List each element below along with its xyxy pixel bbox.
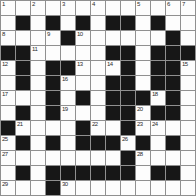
clue-number-19: 19	[62, 105, 68, 113]
white-cell-r11c0[interactable]	[1, 166, 15, 180]
white-cell-r5c2[interactable]	[31, 76, 45, 90]
white-cell-r7c6[interactable]	[91, 106, 105, 120]
white-cell-r2c3[interactable]: 9	[46, 31, 60, 45]
crossword-grid: 1234567891011121314151617181920212223242…	[0, 0, 196, 196]
white-cell-r12c11[interactable]	[166, 181, 180, 195]
black-cell-r8c0	[1, 121, 15, 135]
white-cell-r9c10[interactable]	[151, 136, 165, 150]
white-cell-r12c10[interactable]	[151, 181, 165, 195]
black-cell-r4c4	[61, 61, 75, 75]
black-cell-r9c7	[106, 136, 120, 150]
white-cell-r6c2[interactable]	[31, 91, 45, 105]
white-cell-r8c9[interactable]: 23	[136, 121, 150, 135]
clue-number-2: 2	[32, 0, 35, 8]
black-cell-r7c10	[151, 106, 165, 120]
white-cell-r6c10[interactable]: 18	[151, 91, 165, 105]
white-cell-r7c4[interactable]: 19	[61, 106, 75, 120]
white-cell-r2c8[interactable]	[121, 31, 135, 45]
black-cell-r9c5	[76, 136, 90, 150]
white-cell-r7c2[interactable]	[31, 106, 45, 120]
clue-number-7: 7	[182, 0, 185, 8]
white-cell-r4c9[interactable]	[136, 61, 150, 75]
clue-number-14: 14	[107, 60, 113, 68]
white-cell-r12c12[interactable]	[181, 181, 195, 195]
black-cell-r11c10	[151, 166, 165, 180]
clue-number-16: 16	[62, 75, 68, 83]
white-cell-r1c9[interactable]	[136, 16, 150, 30]
black-cell-r3c10	[151, 46, 165, 60]
black-cell-r11c4	[61, 166, 75, 180]
white-cell-r4c7[interactable]: 14	[106, 61, 120, 75]
white-cell-r3c3[interactable]	[46, 46, 60, 60]
black-cell-r9c6	[91, 136, 105, 150]
white-cell-r10c0[interactable]: 27	[1, 151, 15, 165]
clue-number-22: 22	[92, 120, 98, 128]
white-cell-r1c0[interactable]	[1, 16, 15, 30]
white-cell-r6c1[interactable]	[16, 91, 30, 105]
black-cell-r7c7	[106, 106, 120, 120]
black-cell-r9c3	[46, 136, 60, 150]
white-cell-r8c3[interactable]	[46, 121, 60, 135]
white-cell-r12c4[interactable]: 30	[61, 181, 75, 195]
clue-number-25: 25	[2, 135, 8, 143]
black-cell-r11c1	[16, 166, 30, 180]
black-cell-r6c11	[166, 91, 180, 105]
white-cell-r1c12[interactable]	[181, 16, 195, 30]
clue-number-3: 3	[62, 0, 65, 8]
white-cell-r10c7[interactable]	[106, 151, 120, 165]
white-cell-r3c6[interactable]	[91, 46, 105, 60]
white-cell-r2c2[interactable]	[31, 31, 45, 45]
white-cell-r2c6[interactable]	[91, 31, 105, 45]
white-cell-r10c12[interactable]	[181, 151, 195, 165]
white-cell-r3c4[interactable]	[61, 46, 75, 60]
clue-number-15: 15	[182, 60, 188, 68]
white-cell-r11c9[interactable]	[136, 166, 150, 180]
white-cell-r4c12[interactable]: 15	[181, 61, 195, 75]
white-cell-r10c4[interactable]	[61, 151, 75, 165]
white-cell-r6c6[interactable]	[91, 91, 105, 105]
white-cell-r6c4[interactable]	[61, 91, 75, 105]
black-cell-r5c8	[121, 76, 135, 90]
black-cell-r5c10	[151, 76, 165, 90]
white-cell-r9c0[interactable]: 25	[1, 136, 15, 150]
white-cell-r12c1[interactable]	[16, 181, 30, 195]
clue-number-6: 6	[167, 0, 170, 8]
clue-number-5: 5	[137, 0, 140, 8]
clue-number-13: 13	[77, 60, 83, 68]
clue-number-30: 30	[62, 180, 68, 188]
clue-number-27: 27	[2, 150, 8, 158]
black-cell-r3c12	[181, 46, 195, 60]
white-cell-r7c12[interactable]	[181, 106, 195, 120]
black-cell-r2c4	[61, 31, 75, 45]
white-cell-r0c11[interactable]: 6	[166, 1, 180, 15]
white-cell-r8c7[interactable]	[106, 121, 120, 135]
white-cell-r12c7[interactable]	[106, 181, 120, 195]
white-cell-r3c2[interactable]: 11	[31, 46, 45, 60]
white-cell-r10c1[interactable]	[16, 151, 30, 165]
black-cell-r8c5	[76, 121, 90, 135]
white-cell-r10c2[interactable]	[31, 151, 45, 165]
black-cell-r4c10	[151, 61, 165, 75]
black-cell-r7c1	[16, 106, 30, 120]
black-cell-r3c11	[166, 46, 180, 60]
white-cell-r1c6[interactable]	[91, 16, 105, 30]
white-cell-r2c9[interactable]	[136, 31, 150, 45]
black-cell-r5c1	[16, 76, 30, 90]
clue-number-4: 4	[92, 0, 95, 8]
crossword-puzzle: 1234567891011121314151617181920212223242…	[0, 0, 196, 196]
white-cell-r1c2[interactable]	[31, 16, 45, 30]
clue-number-1: 1	[2, 0, 5, 8]
white-cell-r12c6[interactable]	[91, 181, 105, 195]
white-cell-r4c5[interactable]: 13	[76, 61, 90, 75]
clue-number-29: 29	[2, 180, 8, 188]
white-cell-r10c3[interactable]	[46, 151, 60, 165]
white-cell-r5c5[interactable]	[76, 76, 90, 90]
white-cell-r8c11[interactable]	[166, 121, 180, 135]
black-cell-r3c7	[106, 46, 120, 60]
white-cell-r2c1[interactable]	[16, 31, 30, 45]
black-cell-r10c8	[121, 151, 135, 165]
clue-number-10: 10	[77, 30, 83, 38]
white-cell-r0c4[interactable]: 3	[61, 1, 75, 15]
black-cell-r11c5	[76, 166, 90, 180]
white-cell-r0c8[interactable]	[121, 1, 135, 15]
white-cell-r8c6[interactable]: 22	[91, 121, 105, 135]
white-cell-r10c5[interactable]	[76, 151, 90, 165]
clue-number-28: 28	[137, 150, 143, 158]
white-cell-r12c2[interactable]	[31, 181, 45, 195]
white-cell-r9c8[interactable]: 26	[121, 136, 135, 150]
black-cell-r9c1	[16, 136, 30, 150]
clue-number-12: 12	[2, 60, 8, 68]
black-cell-r3c1	[16, 46, 30, 60]
white-cell-r2c12[interactable]	[181, 31, 195, 45]
white-cell-r2c5[interactable]: 10	[76, 31, 90, 45]
white-cell-r10c10[interactable]	[151, 151, 165, 165]
black-cell-r1c1	[16, 16, 30, 30]
white-cell-r2c0[interactable]: 8	[1, 31, 15, 45]
clue-number-26: 26	[122, 135, 128, 143]
black-cell-r1c7	[106, 16, 120, 30]
white-cell-r12c5[interactable]	[76, 181, 90, 195]
black-cell-r11c7	[106, 166, 120, 180]
black-cell-r6c3	[46, 91, 60, 105]
clue-number-24: 24	[152, 120, 158, 128]
white-cell-r10c11[interactable]	[166, 151, 180, 165]
white-cell-r8c12[interactable]	[181, 121, 195, 135]
white-cell-r8c10[interactable]: 24	[151, 121, 165, 135]
black-cell-r6c8	[121, 91, 135, 105]
white-cell-r8c2[interactable]	[31, 121, 45, 135]
white-cell-r7c5[interactable]	[76, 106, 90, 120]
black-cell-r5c3	[46, 76, 60, 90]
white-cell-r6c12[interactable]	[181, 91, 195, 105]
black-cell-r5c11	[166, 76, 180, 90]
black-cell-r4c11	[166, 61, 180, 75]
white-cell-r0c7[interactable]	[106, 1, 120, 15]
white-cell-r6c0[interactable]: 17	[1, 91, 15, 105]
black-cell-r6c9	[136, 91, 150, 105]
black-cell-r1c10	[151, 16, 165, 30]
white-cell-r12c9[interactable]	[136, 181, 150, 195]
clue-number-11: 11	[32, 45, 37, 53]
white-cell-r9c12[interactable]	[181, 136, 195, 150]
black-cell-r2c11	[166, 31, 180, 45]
black-cell-r4c3	[46, 61, 60, 75]
clue-number-9: 9	[47, 30, 50, 38]
white-cell-r0c3[interactable]	[46, 1, 60, 15]
white-cell-r7c0[interactable]	[1, 106, 15, 120]
clue-number-17: 17	[2, 90, 8, 98]
black-cell-r7c8	[121, 106, 135, 120]
white-cell-r11c2[interactable]	[31, 166, 45, 180]
white-cell-r5c9[interactable]	[136, 76, 150, 90]
white-cell-r3c9[interactable]	[136, 46, 150, 60]
black-cell-r3c8	[121, 46, 135, 60]
white-cell-r1c11[interactable]	[166, 16, 180, 30]
white-cell-r7c9[interactable]: 20	[136, 106, 150, 120]
black-cell-r11c11	[166, 166, 180, 180]
white-cell-r10c9[interactable]: 28	[136, 151, 150, 165]
black-cell-r3c0	[1, 46, 15, 60]
black-cell-r11c8	[121, 166, 135, 180]
white-cell-r9c2[interactable]	[31, 136, 45, 150]
white-cell-r8c1[interactable]: 21	[16, 121, 30, 135]
white-cell-r5c0[interactable]	[1, 76, 15, 90]
white-cell-r0c12[interactable]: 7	[181, 1, 195, 15]
white-cell-r0c10[interactable]	[151, 1, 165, 15]
black-cell-r1c5	[76, 16, 90, 30]
white-cell-r2c10[interactable]	[151, 31, 165, 45]
white-cell-r11c12[interactable]	[181, 166, 195, 180]
white-cell-r0c1[interactable]	[16, 1, 30, 15]
white-cell-r4c0[interactable]: 12	[1, 61, 15, 75]
black-cell-r9c11	[166, 136, 180, 150]
clue-number-20: 20	[137, 105, 143, 113]
black-cell-r4c1	[16, 61, 30, 75]
white-cell-r5c12[interactable]	[181, 76, 195, 90]
white-cell-r4c6[interactable]	[91, 61, 105, 75]
clue-number-18: 18	[152, 90, 158, 98]
white-cell-r0c0[interactable]: 1	[1, 1, 15, 15]
white-cell-r3c5[interactable]	[76, 46, 90, 60]
black-cell-r6c5	[76, 91, 90, 105]
white-cell-r0c2[interactable]: 2	[31, 1, 45, 15]
clue-number-8: 8	[2, 30, 5, 38]
black-cell-r12c3	[46, 181, 60, 195]
white-cell-r4c2[interactable]	[31, 61, 45, 75]
white-cell-r0c6[interactable]: 4	[91, 1, 105, 15]
white-cell-r10c6[interactable]	[91, 151, 105, 165]
white-cell-r0c9[interactable]: 5	[136, 1, 150, 15]
white-cell-r2c7[interactable]	[106, 31, 120, 45]
black-cell-r7c3	[46, 106, 60, 120]
black-cell-r8c8	[121, 121, 135, 135]
white-cell-r5c4[interactable]: 16	[61, 76, 75, 90]
black-cell-r7c11	[166, 106, 180, 120]
black-cell-r5c7	[106, 76, 120, 90]
white-cell-r5c6[interactable]	[91, 76, 105, 90]
white-cell-r0c5[interactable]	[76, 1, 90, 15]
black-cell-r11c6	[91, 166, 105, 180]
white-cell-r8c4[interactable]	[61, 121, 75, 135]
white-cell-r1c4[interactable]	[61, 16, 75, 30]
black-cell-r9c9	[136, 136, 150, 150]
white-cell-r9c4[interactable]	[61, 136, 75, 150]
black-cell-r4c8	[121, 61, 135, 75]
black-cell-r1c8	[121, 16, 135, 30]
black-cell-r11c3	[46, 166, 60, 180]
white-cell-r12c0[interactable]: 29	[1, 181, 15, 195]
white-cell-r12c8[interactable]	[121, 181, 135, 195]
clue-number-23: 23	[137, 120, 143, 128]
clue-number-21: 21	[17, 120, 23, 128]
black-cell-r1c3	[46, 16, 60, 30]
black-cell-r6c7	[106, 91, 120, 105]
